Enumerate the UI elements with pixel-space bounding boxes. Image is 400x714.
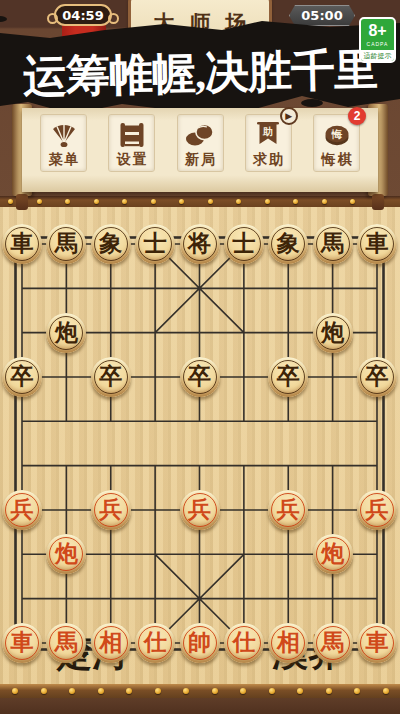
piece-character: 兵 (188, 498, 211, 521)
piece-red-pawn[interactable]: 兵 (357, 490, 397, 530)
scroll-icon (117, 119, 147, 151)
toolbar-scroll: 菜单 设置 新局 (0, 102, 400, 212)
piece-character: 相 (277, 631, 300, 654)
board-frame-bottom (0, 684, 400, 698)
new-game-button[interactable]: 新局 (177, 114, 224, 172)
piece-black-chariot[interactable]: 車 (357, 224, 397, 264)
piece-black-general[interactable]: 将 (180, 224, 220, 264)
piece-red-pawn[interactable]: 兵 (91, 490, 131, 530)
piece-character: 兵 (11, 498, 34, 521)
red-timer: 05:00 (289, 5, 355, 26)
gold-stud (183, 688, 189, 694)
gold-stud (326, 688, 332, 694)
piece-red-pawn[interactable]: 兵 (180, 490, 220, 530)
piece-character: 車 (366, 631, 389, 654)
piece-character: 馬 (55, 232, 78, 255)
piece-red-pawn[interactable]: 兵 (2, 490, 42, 530)
piece-red-horse[interactable]: 馬 (313, 623, 353, 663)
piece-black-elephant[interactable]: 象 (268, 224, 308, 264)
piece-black-pawn[interactable]: 卒 (180, 357, 220, 397)
piece-character: 馬 (55, 631, 78, 654)
undo-label: 悔棋 (322, 151, 354, 168)
gold-stud (41, 688, 47, 694)
room-title: 大师场 (154, 9, 262, 37)
settings-button[interactable]: 设置 (108, 114, 155, 172)
gold-stud (354, 688, 360, 694)
new-game-label: 新局 (185, 151, 217, 168)
scroll-knob-right (372, 194, 384, 210)
slogan-text: 运筹帷幄,决胜千里 (0, 40, 400, 107)
piece-black-pawn[interactable]: 卒 (268, 357, 308, 397)
board-grid (0, 207, 400, 684)
piece-character: 卒 (366, 365, 389, 388)
piece-character: 馬 (321, 631, 344, 654)
piece-black-cannon[interactable]: 炮 (46, 313, 86, 353)
room-title-plaque: 大师场 (128, 0, 272, 46)
piece-character: 車 (11, 631, 34, 654)
piece-red-elephant[interactable]: 相 (91, 623, 131, 663)
age-rating: 8+ (368, 21, 386, 41)
piece-character: 炮 (321, 542, 344, 565)
piece-black-elephant[interactable]: 象 (91, 224, 131, 264)
fan-icon (49, 119, 79, 151)
undo-count-badge: 2 (348, 107, 366, 125)
piece-character: 炮 (321, 321, 344, 344)
black-timer: 04:59 (54, 4, 112, 26)
piece-character: 士 (232, 232, 255, 255)
piece-character: 車 (366, 232, 389, 255)
piece-character: 炮 (55, 542, 78, 565)
menu-button[interactable]: 菜单 (40, 114, 87, 172)
piece-character: 卒 (277, 365, 300, 388)
menu-label: 菜单 (49, 151, 81, 168)
gold-stud (297, 688, 303, 694)
gold-stud (240, 688, 246, 694)
piece-black-advisor[interactable]: 士 (224, 224, 264, 264)
age-rating-org: CADPA (367, 41, 389, 48)
piece-character: 卒 (188, 365, 211, 388)
help-button[interactable]: ▶ 助 求助 (245, 114, 292, 172)
piece-character: 馬 (321, 232, 344, 255)
piece-character: 象 (99, 232, 122, 255)
piece-black-horse[interactable]: 馬 (313, 224, 353, 264)
piece-character: 兵 (99, 498, 122, 521)
xiangqi-board[interactable]: 楚河 漢界 (0, 207, 400, 684)
piece-black-pawn[interactable]: 卒 (2, 357, 42, 397)
undo-button[interactable]: 2 悔 悔棋 (313, 114, 360, 172)
gold-stud (12, 688, 18, 694)
gold-stud (126, 688, 132, 694)
gold-stud (269, 688, 275, 694)
piece-red-chariot[interactable]: 車 (2, 623, 42, 663)
piece-red-advisor[interactable]: 仕 (135, 623, 175, 663)
piece-character: 相 (99, 631, 122, 654)
piece-character: 卒 (11, 365, 34, 388)
piece-character: 仕 (144, 631, 167, 654)
piece-black-pawn[interactable]: 卒 (91, 357, 131, 397)
piece-red-cannon[interactable]: 炮 (313, 534, 353, 574)
scroll-knob-left (16, 194, 28, 210)
gold-stud (69, 688, 75, 694)
age-rating-note: 适龄提示 (361, 50, 394, 61)
piece-black-cannon[interactable]: 炮 (313, 313, 353, 353)
settings-label: 设置 (117, 151, 149, 168)
gold-stud (155, 688, 161, 694)
piece-red-elephant[interactable]: 相 (268, 623, 308, 663)
bottom-trim (0, 698, 400, 714)
help-label: 求助 (253, 151, 285, 168)
piece-red-pawn[interactable]: 兵 (268, 490, 308, 530)
gold-stud (212, 688, 218, 694)
piece-red-chariot[interactable]: 車 (357, 623, 397, 663)
piece-character: 象 (277, 232, 300, 255)
undo-piece-icon: 悔 (322, 119, 352, 151)
piece-character: 卒 (99, 365, 122, 388)
piece-character: 仕 (232, 631, 255, 654)
undo-piece-char-slot: 悔 (330, 129, 342, 140)
gold-stud (383, 688, 389, 694)
piece-red-advisor[interactable]: 仕 (224, 623, 264, 663)
piece-character: 車 (11, 232, 34, 255)
piece-character: 炮 (55, 321, 78, 344)
piece-character: 士 (144, 232, 167, 255)
piece-character: 兵 (277, 498, 300, 521)
piece-black-pawn[interactable]: 卒 (357, 357, 397, 397)
piece-black-advisor[interactable]: 士 (135, 224, 175, 264)
piece-character: 帥 (188, 631, 211, 654)
help-flag-icon: 助 (253, 119, 283, 151)
pieces-icon (185, 119, 215, 151)
piece-red-general[interactable]: 帥 (180, 623, 220, 663)
piece-character: 将 (188, 232, 211, 255)
help-flag-char-slot: 助 (262, 126, 273, 137)
piece-black-chariot[interactable]: 車 (2, 224, 42, 264)
gold-stud (98, 688, 104, 694)
age-rating-badge: 8+ CADPA 适龄提示 (359, 17, 396, 63)
help-play-badge: ▶ (280, 107, 298, 125)
piece-character: 兵 (366, 498, 389, 521)
